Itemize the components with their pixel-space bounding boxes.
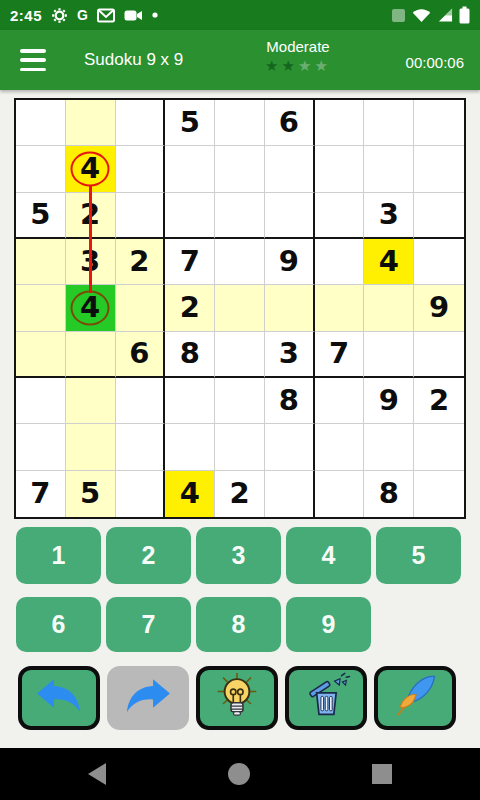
undo-button[interactable] <box>18 666 100 730</box>
cell-r9c4[interactable]: 4 <box>165 471 215 517</box>
cell-r5c6[interactable] <box>265 285 315 331</box>
lightbulb-icon <box>213 672 261 724</box>
num-button-3[interactable]: 3 <box>196 527 281 584</box>
cell-r7c4[interactable] <box>165 378 215 424</box>
cell-r8c9[interactable] <box>414 424 464 470</box>
sudoku-grid[interactable]: 56452332794429683789275428 <box>14 98 466 519</box>
cell-r8c3[interactable] <box>116 424 166 470</box>
cell-r4c8[interactable]: 4 <box>364 239 414 285</box>
cell-r7c9[interactable]: 2 <box>414 378 464 424</box>
game-timer: 00:00:06 <box>406 54 464 71</box>
cell-r9c9[interactable] <box>414 471 464 517</box>
action-bar <box>0 666 480 730</box>
cell-r5c4[interactable]: 2 <box>165 285 215 331</box>
cell-digit: 2 <box>180 293 200 322</box>
trash-icon <box>301 671 351 725</box>
cell-r3c8[interactable]: 3 <box>364 193 414 239</box>
numpad-row-1: 1 2 3 4 5 <box>0 527 480 584</box>
cell-r6c4[interactable]: 8 <box>165 332 215 378</box>
cell-r9c3[interactable] <box>116 471 166 517</box>
cell-r3c1[interactable]: 5 <box>16 193 66 239</box>
camera-icon <box>124 8 143 23</box>
app-bar: Sudoku 9 x 9 Moderate 00:00:06 <box>0 30 480 90</box>
cell-r9c5[interactable]: 2 <box>215 471 265 517</box>
cell-digit: 2 <box>229 479 249 508</box>
cell-r2c2[interactable]: 4 <box>66 146 116 192</box>
feather-icon <box>390 671 440 725</box>
num-button-6[interactable]: 6 <box>16 597 101 652</box>
cell-r4c1[interactable] <box>16 239 66 285</box>
cell-r1c8[interactable] <box>364 100 414 146</box>
cell-r8c6[interactable] <box>265 424 315 470</box>
screenshot-icon <box>391 8 406 23</box>
cell-digit: 5 <box>80 479 100 508</box>
cell-r7c8[interactable]: 9 <box>364 378 414 424</box>
hint-button[interactable] <box>196 666 278 730</box>
status-bar-right <box>391 6 470 24</box>
cell-digit: 4 <box>80 293 100 322</box>
delete-button[interactable] <box>285 666 367 730</box>
cell-digit: 3 <box>80 247 100 276</box>
menu-hamburger-icon[interactable] <box>20 49 46 71</box>
status-time: 2:45 <box>10 7 42 24</box>
page-title: Sudoku 9 x 9 <box>84 50 183 70</box>
cell-r7c5[interactable] <box>215 378 265 424</box>
cell-r1c6[interactable]: 6 <box>265 100 315 146</box>
cell-r6c9[interactable] <box>414 332 464 378</box>
cell-r7c3[interactable] <box>116 378 166 424</box>
cell-r8c8[interactable] <box>364 424 414 470</box>
cell-r4c5[interactable] <box>215 239 265 285</box>
cell-digit: 2 <box>80 200 100 229</box>
cell-digit: 9 <box>429 293 449 322</box>
cell-r4c9[interactable] <box>414 239 464 285</box>
cell-r5c1[interactable] <box>16 285 66 331</box>
cell-r8c4[interactable] <box>165 424 215 470</box>
cell-r7c7[interactable] <box>315 378 365 424</box>
star-icon <box>298 57 314 74</box>
cell-digit: 7 <box>30 479 50 508</box>
num-button-4[interactable]: 4 <box>286 527 371 584</box>
cell-r3c7[interactable] <box>315 193 365 239</box>
cell-r6c1[interactable] <box>16 332 66 378</box>
cell-r1c3[interactable] <box>116 100 166 146</box>
cell-r3c5[interactable] <box>215 193 265 239</box>
star-icon <box>282 57 298 74</box>
cell-digit: 3 <box>279 339 299 368</box>
cell-r5c9[interactable]: 9 <box>414 285 464 331</box>
gmail-icon <box>97 8 115 23</box>
cell-r4c4[interactable]: 7 <box>165 239 215 285</box>
cell-r3c3[interactable] <box>116 193 166 239</box>
notification-dot-icon <box>152 12 158 18</box>
recents-square-icon[interactable] <box>372 764 392 784</box>
cell-signal-icon <box>437 7 454 23</box>
cell-r5c5[interactable] <box>215 285 265 331</box>
cell-r1c7[interactable] <box>315 100 365 146</box>
star-icon <box>314 57 330 74</box>
num-button-9[interactable]: 9 <box>286 597 371 652</box>
cell-r4c6[interactable]: 9 <box>265 239 315 285</box>
home-circle-icon[interactable] <box>228 763 250 785</box>
difficulty-block: Moderate <box>252 38 344 75</box>
cell-digit: 9 <box>379 386 399 415</box>
cell-digit: 6 <box>279 108 299 137</box>
cell-digit: 7 <box>180 247 200 276</box>
cell-r7c6[interactable]: 8 <box>265 378 315 424</box>
cell-r2c4[interactable] <box>165 146 215 192</box>
cell-r8c5[interactable] <box>215 424 265 470</box>
cell-r3c2[interactable]: 2 <box>66 193 116 239</box>
undo-arrow-icon <box>32 674 86 722</box>
cell-digit: 5 <box>30 200 50 229</box>
cell-digit: 4 <box>379 247 399 276</box>
cell-r3c4[interactable] <box>165 193 215 239</box>
cell-r3c9[interactable] <box>414 193 464 239</box>
cell-digit: 8 <box>279 386 299 415</box>
cell-r9c2[interactable]: 5 <box>66 471 116 517</box>
cell-r1c9[interactable] <box>414 100 464 146</box>
redo-arrow-icon <box>121 674 175 722</box>
difficulty-label: Moderate <box>252 38 344 55</box>
cell-r7c1[interactable] <box>16 378 66 424</box>
star-icon <box>265 57 281 74</box>
difficulty-stars <box>252 57 344 75</box>
board-wrap: 56452332794429683789275428 <box>14 98 466 519</box>
cell-r4c7[interactable] <box>315 239 365 285</box>
cell-r5c2[interactable]: 4 <box>66 285 116 331</box>
cell-r2c6[interactable] <box>265 146 315 192</box>
cell-r1c5[interactable] <box>215 100 265 146</box>
sudoku-app-screen: 2:45 G <box>0 0 480 800</box>
gear-icon <box>51 7 68 24</box>
cell-digit: 4 <box>180 479 200 508</box>
redo-button[interactable] <box>107 666 189 730</box>
status-bar-left: 2:45 G <box>10 7 158 24</box>
cell-r6c7[interactable]: 7 <box>315 332 365 378</box>
cell-r1c2[interactable] <box>66 100 116 146</box>
cell-digit: 6 <box>129 339 149 368</box>
cell-digit: 7 <box>329 339 349 368</box>
cell-r1c1[interactable] <box>16 100 66 146</box>
pencil-button[interactable] <box>374 666 456 730</box>
cell-digit: 2 <box>129 247 149 276</box>
num-button-5[interactable]: 5 <box>376 527 461 584</box>
battery-icon <box>459 6 470 24</box>
android-nav-bar <box>0 748 480 800</box>
cell-r6c3[interactable]: 6 <box>116 332 166 378</box>
cell-r5c7[interactable] <box>315 285 365 331</box>
cell-digit: 2 <box>429 386 449 415</box>
cell-r9c8[interactable]: 8 <box>364 471 414 517</box>
cell-r9c7[interactable] <box>315 471 365 517</box>
back-triangle-icon[interactable] <box>88 763 106 785</box>
cell-digit: 9 <box>279 247 299 276</box>
android-status-bar: 2:45 G <box>0 0 480 30</box>
num-button-2[interactable]: 2 <box>106 527 191 584</box>
cell-digit: 8 <box>180 339 200 368</box>
cell-r4c3[interactable]: 2 <box>116 239 166 285</box>
cell-r8c1[interactable] <box>16 424 66 470</box>
cell-digit: 4 <box>80 154 100 183</box>
wifi-icon <box>411 6 432 24</box>
cell-r3c6[interactable] <box>265 193 315 239</box>
cell-r2c3[interactable] <box>116 146 166 192</box>
cell-r6c2[interactable] <box>66 332 116 378</box>
num-button-7[interactable]: 7 <box>106 597 191 652</box>
google-g-icon: G <box>77 7 88 23</box>
cell-r5c8[interactable] <box>364 285 414 331</box>
num-button-1[interactable]: 1 <box>16 527 101 584</box>
cell-r5c3[interactable] <box>116 285 166 331</box>
cell-r2c1[interactable] <box>16 146 66 192</box>
cell-r8c7[interactable] <box>315 424 365 470</box>
cell-r2c5[interactable] <box>215 146 265 192</box>
cell-r2c7[interactable] <box>315 146 365 192</box>
cell-r6c8[interactable] <box>364 332 414 378</box>
cell-r9c6[interactable] <box>265 471 315 517</box>
cell-r6c5[interactable] <box>215 332 265 378</box>
cell-digit: 8 <box>379 479 399 508</box>
num-button-8[interactable]: 8 <box>196 597 281 652</box>
cell-r7c2[interactable] <box>66 378 116 424</box>
cell-r4c2[interactable]: 3 <box>66 239 116 285</box>
cell-r9c1[interactable]: 7 <box>16 471 66 517</box>
cell-r2c9[interactable] <box>414 146 464 192</box>
cell-r6c6[interactable]: 3 <box>265 332 315 378</box>
cell-r2c8[interactable] <box>364 146 414 192</box>
cell-digit: 3 <box>379 200 399 229</box>
cell-r8c2[interactable] <box>66 424 116 470</box>
cell-r1c4[interactable]: 5 <box>165 100 215 146</box>
cell-digit: 5 <box>180 108 200 137</box>
numpad-row-2: 6 7 8 9 <box>0 597 480 652</box>
